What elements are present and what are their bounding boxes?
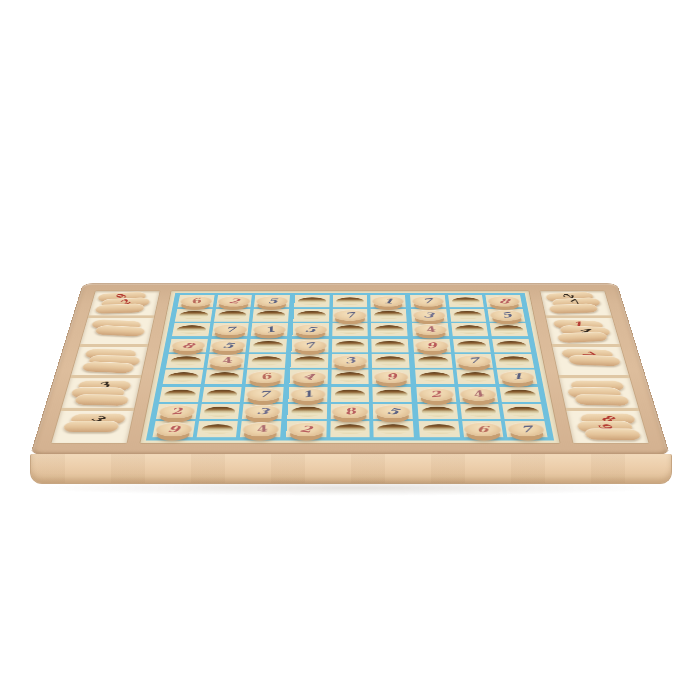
board-cell[interactable] [374,421,414,437]
tray-compartment: 14 [546,315,620,344]
board-cell[interactable]: 4 [207,354,246,368]
peg-number: 1 [511,373,524,381]
peg-number: 3 [423,311,434,318]
number-peg[interactable]: 5 [256,296,289,306]
peg-number: 7 [258,390,270,399]
empty-hole[interactable] [218,311,247,319]
board-cell[interactable] [449,309,486,322]
number-peg[interactable]: 8 [171,340,206,352]
tray-compartment: 7 [552,344,629,375]
empty-hole[interactable] [460,372,491,381]
board-cell[interactable] [371,309,407,322]
board-cell[interactable] [415,370,454,384]
board-cell[interactable]: 9 [413,339,451,352]
board-cell[interactable] [373,387,412,402]
tray-peg[interactable] [575,394,630,406]
board-cell[interactable]: 7 [410,295,446,307]
peg-number: 3 [255,407,269,416]
empty-hole[interactable] [256,311,285,319]
number-peg[interactable]: 3 [333,355,367,367]
peg-number: 5 [385,407,400,417]
empty-hole[interactable] [376,356,406,365]
board-cell[interactable]: 4 [412,323,449,336]
board-cell[interactable]: 5 [373,404,413,419]
number-peg[interactable]: 9 [415,340,449,352]
tray-peg[interactable] [95,303,144,313]
number-peg[interactable]: 3 [412,310,445,321]
empty-hole[interactable] [374,311,403,319]
board: 9233 62517873571548579437649171242385942… [30,283,670,455]
board-cell[interactable]: 3 [411,309,447,322]
board-cell[interactable]: 6 [178,295,215,307]
board-cell[interactable] [460,404,501,419]
tray-peg[interactable] [556,331,609,343]
board-cell[interactable] [490,323,528,336]
peg-number: 8 [180,341,196,350]
empty-hole[interactable] [164,390,196,400]
peg-number: 2 [429,390,443,399]
number-peg[interactable]: 3 [244,405,281,418]
board-cell[interactable]: 7 [291,339,328,352]
tray-compartment: 3 [51,408,134,443]
number-peg[interactable]: 7 [412,296,445,306]
empty-hole[interactable] [377,390,408,400]
empty-hole[interactable] [494,325,524,333]
board-cell[interactable] [495,354,534,368]
empty-hole[interactable] [504,390,536,400]
board-cell[interactable]: 4 [458,387,498,402]
tray-compartment [80,315,154,344]
board-cell[interactable]: 4 [289,370,327,384]
board-cell[interactable] [253,309,289,322]
empty-hole[interactable] [291,407,323,417]
empty-hole[interactable] [464,407,496,417]
empty-hole[interactable] [375,325,404,333]
empty-hole[interactable] [336,297,364,305]
board-cell[interactable]: 7 [505,421,547,437]
number-peg[interactable]: 2 [217,296,250,306]
board-shadow [36,480,664,496]
number-peg[interactable]: 2 [418,388,454,401]
board-cell[interactable]: 2 [216,295,252,307]
board-cell[interactable] [287,404,327,419]
peg-number: 8 [498,297,510,305]
empty-hole[interactable] [334,424,366,434]
empty-hole[interactable] [167,372,199,381]
empty-hole[interactable] [419,372,450,381]
board-cell[interactable]: 7 [212,323,249,336]
sudoku-panel: 6251787357154857943764917124238594267 [139,290,560,443]
empty-hole[interactable] [335,341,364,350]
board-cell[interactable] [419,421,460,437]
peg-number: 7 [225,326,236,334]
peg-number: 1 [263,326,277,334]
peg-number: 6 [476,425,488,434]
empty-hole[interactable] [499,356,530,365]
empty-hole[interactable] [423,424,456,434]
number-peg[interactable]: 7 [246,388,282,401]
peg-number: 2 [171,407,183,416]
board-cell[interactable]: 7 [332,309,367,322]
board-cell[interactable] [204,370,243,384]
board-cell[interactable] [166,354,205,368]
tray-peg[interactable] [94,325,147,337]
peg-number: 1 [383,298,394,305]
board-cell[interactable]: 3 [242,404,282,419]
peg-number: 3 [343,357,357,366]
empty-hole[interactable] [455,325,485,333]
peg-number: 7 [344,311,357,319]
number-peg[interactable]: 1 [499,371,536,383]
peg-number: 5 [222,341,235,349]
number-peg[interactable]: 7 [456,355,492,367]
board-cell[interactable]: 2 [416,387,456,402]
number-peg[interactable]: 2 [288,422,325,436]
board-cell[interactable] [332,339,369,352]
empty-hole[interactable] [179,311,209,319]
tray-compartment [559,375,639,408]
board-cell[interactable]: 5 [254,295,290,307]
board-cell[interactable]: 5 [488,309,525,322]
board-cell[interactable] [330,421,370,437]
empty-hole[interactable] [422,407,454,417]
empty-hole[interactable] [507,407,540,417]
board-cell[interactable] [196,421,238,437]
board-cell[interactable] [500,387,541,402]
board-cell[interactable] [418,404,458,419]
number-peg[interactable]: 7 [507,422,546,436]
peg-number: 4 [219,356,233,365]
peg-number: 9 [425,341,438,349]
board-cell[interactable] [249,339,287,352]
board-cell[interactable] [159,387,200,402]
board-cell[interactable] [414,354,452,368]
product-photo: 9233 62517873571548579437649171242385942… [0,0,700,700]
peg-number: 5 [499,311,514,319]
board-cell[interactable]: 1 [497,370,537,384]
tray-peg[interactable] [81,361,136,373]
number-peg[interactable]: 8 [487,296,521,306]
tray-compartment [71,344,148,375]
board-cell[interactable]: 4 [240,421,281,437]
board-cell[interactable]: 8 [330,404,369,419]
empty-hole[interactable] [294,356,324,365]
board-cell[interactable]: 9 [372,370,410,384]
sudoku-grid: 6251787357154857943764917124238594267 [146,293,554,441]
number-peg[interactable]: 4 [413,324,447,335]
peg-number: 6 [258,372,273,381]
board-cell[interactable]: 5 [292,323,328,336]
peg-number: 5 [267,298,277,305]
empty-hole[interactable] [298,297,326,305]
peg-number: 6 [189,297,203,305]
empty-hole[interactable] [457,341,487,350]
empty-hole[interactable] [201,424,234,434]
peg-number: 4 [302,372,316,381]
board-cell[interactable] [294,295,329,307]
tray-peg[interactable] [548,303,599,313]
number-peg[interactable]: 6 [464,422,502,436]
peg-number: 7 [303,341,317,349]
peg-number: 7 [519,425,533,434]
empty-hole[interactable] [452,297,481,305]
empty-hole[interactable] [496,341,527,350]
board-cell[interactable]: 8 [486,295,523,307]
board-cell[interactable]: 1 [288,387,327,402]
board-cell[interactable]: 6 [462,421,504,437]
tray-compartment: 27 [540,291,611,315]
number-peg[interactable]: 7 [334,310,367,321]
board-cell[interactable] [502,404,544,419]
number-peg[interactable]: 1 [290,388,326,401]
peg-number: 8 [343,407,358,417]
number-peg[interactable]: 6 [248,371,284,383]
board-cell[interactable] [172,323,210,336]
peg-number: 9 [167,425,181,434]
number-peg[interactable]: 5 [294,324,327,335]
peg-number: 4 [470,390,487,400]
number-peg[interactable]: 5 [211,340,246,352]
board-cell[interactable] [456,370,495,384]
board-cell[interactable] [163,370,203,384]
empty-hole[interactable] [418,356,448,365]
tray-peg[interactable] [584,428,642,440]
empty-hole[interactable] [253,341,283,350]
board-cell[interactable] [333,295,368,307]
tray-compartment: 3 [62,375,142,408]
number-peg[interactable]: 1 [253,324,287,335]
number-peg[interactable]: 7 [213,324,247,335]
peg-number: 4 [423,325,438,333]
empty-hole[interactable] [170,356,201,365]
number-peg[interactable]: 1 [372,296,404,306]
board-cell[interactable]: 6 [246,370,285,384]
number-peg[interactable]: 2 [158,405,196,418]
number-peg[interactable]: 4 [208,355,244,367]
board-cell[interactable] [290,354,328,368]
empty-hole[interactable] [375,341,404,350]
board-cell[interactable] [293,309,329,322]
number-peg[interactable]: 7 [293,340,327,352]
empty-hole[interactable] [252,356,282,365]
peg-number: 2 [228,297,241,304]
board-cell[interactable] [448,295,484,307]
board-cell[interactable]: 7 [244,387,284,402]
board-cell[interactable]: 7 [454,354,493,368]
peg-number: 1 [301,390,316,399]
board-cell[interactable]: 9 [152,421,194,437]
board-cell[interactable]: 1 [251,323,288,336]
empty-hole[interactable] [206,390,238,400]
empty-hole[interactable] [335,372,365,381]
number-peg[interactable]: 9 [154,422,193,436]
number-peg[interactable]: 5 [489,310,523,321]
empty-hole[interactable] [203,407,235,417]
peg-number: 5 [304,326,318,334]
board-cell[interactable] [453,339,491,352]
board-cell[interactable] [214,309,251,322]
empty-hole[interactable] [378,424,410,434]
number-peg[interactable]: 4 [460,388,497,401]
number-peg[interactable]: 6 [179,296,213,306]
board-cell[interactable] [331,387,370,402]
number-peg[interactable]: 4 [291,371,326,383]
number-peg[interactable]: 9 [374,371,409,383]
empty-hole[interactable] [297,311,325,319]
board-cell[interactable] [202,387,242,402]
peg-number: 9 [384,373,398,382]
number-peg[interactable]: 8 [332,405,368,418]
tray-peg[interactable] [62,421,119,432]
empty-hole[interactable] [208,372,239,381]
peg-number: 7 [467,357,480,365]
peg-number: 2 [299,424,314,434]
tray-peg[interactable] [569,355,621,367]
board-cell[interactable]: 3 [331,354,368,368]
empty-hole[interactable] [453,311,482,319]
board-cell[interactable] [199,404,240,419]
number-peg[interactable]: 5 [375,405,411,418]
tray-compartment: 92 [89,291,160,315]
empty-hole[interactable] [335,390,366,400]
board-cell[interactable]: 1 [371,295,406,307]
wood-grain [31,454,671,483]
board-cell[interactable] [371,323,407,336]
board-cell[interactable]: 8 [169,339,208,352]
board-cell[interactable] [175,309,212,322]
board-cell[interactable]: 2 [156,404,198,419]
board-cell[interactable] [492,339,531,352]
board-cell[interactable]: 2 [286,421,326,437]
peg-number: 4 [253,424,269,434]
board-cell[interactable] [331,370,369,384]
empty-hole[interactable] [336,325,365,333]
board-cell[interactable] [332,323,368,336]
tray-peg[interactable] [74,394,130,406]
peg-number: 7 [422,298,434,305]
board-cell[interactable] [372,354,410,368]
tray-compartment: 89 [566,408,649,443]
empty-hole[interactable] [176,325,206,333]
board-cell[interactable] [451,323,488,336]
board-cell[interactable] [372,339,409,352]
board-frame: 9233 62517873571548579437649171242385942… [30,283,670,455]
board-cell[interactable]: 5 [209,339,247,352]
board-cell[interactable] [248,354,286,368]
number-peg[interactable]: 4 [242,422,280,436]
